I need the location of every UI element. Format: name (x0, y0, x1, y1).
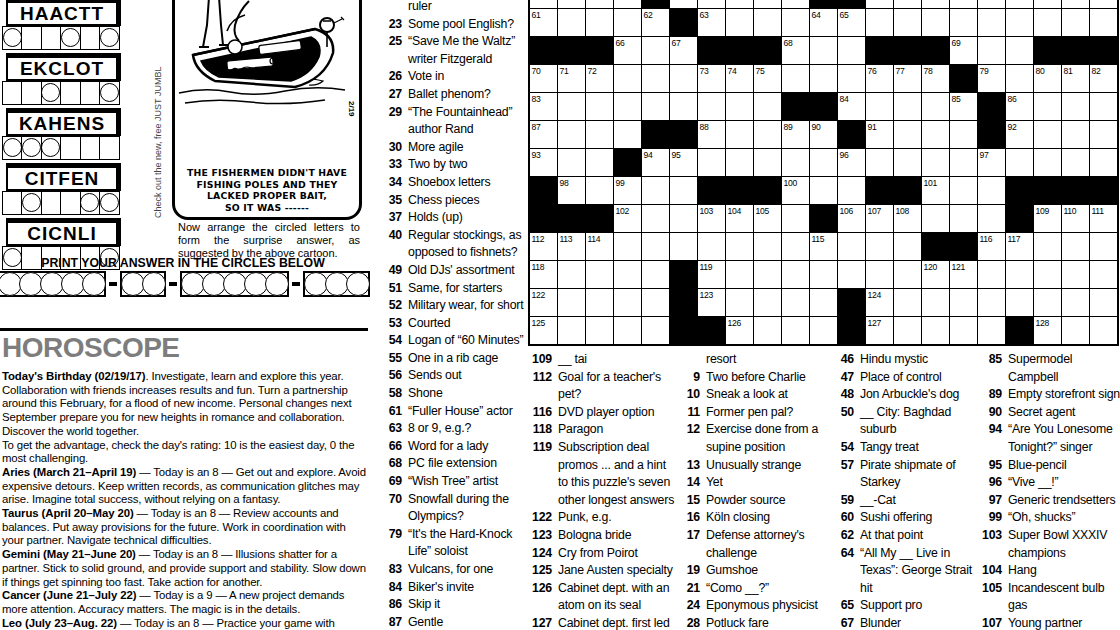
crossword-cell[interactable] (810, 37, 837, 64)
crossword-cell[interactable] (894, 93, 921, 120)
horoscope-paragraph: Gemini (May 21–June 20) — Today is an 8 … (2, 548, 366, 589)
crossword-cell[interactable] (558, 9, 585, 36)
crossword-cell[interactable] (950, 121, 977, 148)
jumble-word: EKCLOT (2, 53, 152, 105)
answer-circle[interactable] (61, 272, 85, 296)
jumble-cell-circled[interactable] (80, 191, 101, 215)
crossword-cell[interactable] (866, 149, 893, 176)
answer-circle[interactable] (304, 272, 328, 296)
crossword-cell[interactable] (614, 65, 641, 92)
crossword-cell[interactable] (782, 9, 809, 36)
crossword-cell[interactable] (1006, 9, 1033, 36)
jumble-cell[interactable] (60, 81, 81, 105)
crossword-cell[interactable]: 126 (726, 317, 753, 344)
jumble-cell-circled[interactable] (99, 26, 120, 50)
crossword-cell[interactable] (978, 0, 1005, 8)
crossword-cell[interactable]: 77 (894, 65, 921, 92)
crossword-cell[interactable] (978, 205, 1005, 232)
crossword-cell[interactable] (782, 0, 809, 8)
crossword-cell[interactable] (950, 0, 977, 8)
crossword-cell[interactable]: 67 (670, 37, 697, 64)
crossword-cell[interactable]: 76 (866, 65, 893, 92)
crossword-cell[interactable] (950, 205, 977, 232)
crossword-cell[interactable]: 120 (922, 261, 949, 288)
jumble-cell[interactable] (80, 136, 101, 160)
crossword-cell[interactable] (614, 317, 641, 344)
crossword-cell[interactable] (922, 149, 949, 176)
crossword-cell[interactable] (1062, 9, 1089, 36)
crossword-cell[interactable]: 128 (1034, 317, 1061, 344)
crossword-cell[interactable] (894, 289, 921, 316)
cell-number: 90 (812, 122, 821, 132)
crossword-clue: 46Hindu mystic (830, 351, 982, 369)
crossword-cell[interactable] (922, 0, 949, 8)
crossword-cell[interactable]: 119 (698, 261, 725, 288)
crossword-cell[interactable] (950, 9, 977, 36)
crossword-cell[interactable]: 64 (810, 9, 837, 36)
crossword-cell[interactable] (838, 233, 865, 260)
crossword-cell[interactable] (866, 261, 893, 288)
crossword-cell[interactable] (810, 317, 837, 344)
crossword-cell[interactable] (726, 93, 753, 120)
jumble-cell[interactable] (60, 136, 81, 160)
crossword-cell[interactable]: 104 (726, 205, 753, 232)
crossword-black-cell (978, 121, 1005, 148)
jumble-cell[interactable] (99, 136, 120, 160)
crossword-cell[interactable] (558, 149, 585, 176)
crossword-cell[interactable]: 80 (1034, 65, 1061, 92)
clue-number: 48 (830, 386, 854, 404)
crossword-cell[interactable] (614, 0, 641, 8)
crossword-cell[interactable]: 66 (614, 37, 641, 64)
answer-circle[interactable] (19, 272, 43, 296)
crossword-cell[interactable]: 111 (1090, 205, 1117, 232)
crossword-cell[interactable]: 95 (670, 149, 697, 176)
clue-number: 29 (378, 104, 402, 139)
jumble-scrambled-word: EKCLOT (6, 53, 121, 81)
answer-circle[interactable] (202, 272, 226, 296)
crossword-cell[interactable] (754, 233, 781, 260)
crossword-cell[interactable] (866, 0, 893, 8)
crossword-cell[interactable] (726, 149, 753, 176)
crossword-cell[interactable] (642, 205, 669, 232)
crossword-cell[interactable] (1006, 261, 1033, 288)
answer-circle-group (180, 271, 289, 297)
crossword-cell[interactable] (754, 149, 781, 176)
crossword-cell[interactable] (642, 93, 669, 120)
crossword-cell[interactable] (642, 177, 669, 204)
crossword-cell[interactable]: 72 (586, 65, 613, 92)
crossword-cell[interactable] (754, 9, 781, 36)
crossword-cell[interactable] (866, 9, 893, 36)
crossword-cell[interactable] (950, 149, 977, 176)
crossword-cell[interactable] (642, 233, 669, 260)
crossword-cell[interactable] (614, 93, 641, 120)
clue-number: 116 (518, 404, 552, 422)
crossword-cell[interactable] (614, 289, 641, 316)
crossword-cell[interactable]: 99 (614, 177, 641, 204)
clue-text: resort (706, 351, 834, 369)
crossword-cell[interactable] (1006, 289, 1033, 316)
crossword-cell[interactable] (558, 317, 585, 344)
crossword-cell[interactable] (922, 93, 949, 120)
crossword-cell[interactable] (726, 261, 753, 288)
crossword-cell[interactable] (754, 289, 781, 316)
crossword-cell[interactable] (670, 233, 697, 260)
jumble-cell-circled[interactable] (41, 81, 62, 105)
crossword-black-cell (1090, 177, 1117, 204)
clue-number: 127 (518, 615, 552, 630)
crossword-cell[interactable] (642, 65, 669, 92)
clue-number: 122 (518, 509, 552, 527)
crossword-cell[interactable]: 96 (838, 149, 865, 176)
crossword-cell[interactable] (978, 37, 1005, 64)
crossword-cell[interactable] (978, 317, 1005, 344)
crossword-cell[interactable] (922, 9, 949, 36)
crossword-cell[interactable]: 108 (894, 205, 921, 232)
crossword-cell[interactable] (614, 261, 641, 288)
crossword-cell[interactable] (1034, 121, 1061, 148)
crossword-cell[interactable] (894, 149, 921, 176)
jumble-cell[interactable] (2, 191, 23, 215)
answer-circle[interactable] (40, 272, 64, 296)
crossword-cell[interactable]: 91 (866, 121, 893, 148)
crossword-clue: 64“All My __ Live in Texas”: George Stra… (830, 545, 982, 598)
crossword-cell[interactable] (950, 317, 977, 344)
crossword-cell[interactable]: 71 (558, 65, 585, 92)
crossword-cell[interactable] (1034, 149, 1061, 176)
crossword-cell[interactable]: 73 (698, 65, 725, 92)
crossword-cell[interactable] (670, 93, 697, 120)
crossword-cell[interactable] (530, 0, 557, 8)
crossword-cell[interactable]: 86 (1006, 93, 1033, 120)
crossword-cell[interactable] (698, 149, 725, 176)
jumble-cell[interactable] (21, 81, 42, 105)
crossword-cell[interactable]: 79 (978, 65, 1005, 92)
crossword-cell[interactable]: 92 (1006, 121, 1033, 148)
crossword-cell[interactable] (1034, 93, 1061, 120)
clue-text: Shone (408, 385, 526, 403)
crossword-cell[interactable] (586, 121, 613, 148)
jumble-cell-circled[interactable] (2, 136, 23, 160)
crossword-cell[interactable]: 123 (698, 289, 725, 316)
crossword-cell[interactable] (642, 317, 669, 344)
jumble-cell-circled[interactable] (99, 191, 120, 215)
crossword-cell[interactable] (586, 261, 613, 288)
clue-number: 26 (378, 68, 402, 86)
crossword-cell[interactable] (614, 233, 641, 260)
crossword-cell[interactable] (810, 261, 837, 288)
crossword-cell[interactable]: 127 (866, 317, 893, 344)
crossword-cell[interactable]: 113 (558, 233, 585, 260)
crossword-black-cell (950, 233, 977, 260)
clue-text: Biker's invite (408, 579, 526, 597)
answer-circle[interactable] (325, 272, 349, 296)
crossword-cell[interactable] (586, 149, 613, 176)
crossword-cell[interactable] (698, 93, 725, 120)
crossword-cell[interactable] (1062, 93, 1089, 120)
crossword-cell[interactable] (642, 289, 669, 316)
crossword-cell[interactable]: 109 (1034, 205, 1061, 232)
crossword-cell[interactable]: 107 (866, 205, 893, 232)
crossword-cell[interactable]: 102 (614, 205, 641, 232)
crossword-cell[interactable] (754, 261, 781, 288)
cell-number: 126 (728, 318, 741, 328)
crossword-cell[interactable] (782, 261, 809, 288)
jumble-cell[interactable] (41, 191, 62, 215)
crossword-cell[interactable] (838, 37, 865, 64)
crossword-cell[interactable]: 61 (530, 9, 557, 36)
crossword-cell[interactable]: 98 (558, 177, 585, 204)
crossword-cell[interactable]: 78 (922, 65, 949, 92)
crossword-black-cell (894, 177, 921, 204)
crossword-cell[interactable] (950, 289, 977, 316)
crossword-cell[interactable]: 84 (838, 93, 865, 120)
crossword-cell[interactable] (558, 261, 585, 288)
crossword-cell[interactable] (586, 289, 613, 316)
jumble-cell-circled[interactable] (60, 26, 81, 50)
crossword-cell[interactable] (754, 0, 781, 8)
crossword-cell[interactable]: 90 (810, 121, 837, 148)
crossword-cell[interactable]: 115 (810, 233, 837, 260)
crossword-cell[interactable]: 70 (530, 65, 557, 92)
crossword-cell[interactable]: 121 (950, 261, 977, 288)
crossword-cell[interactable] (754, 317, 781, 344)
crossword-cell[interactable] (866, 233, 893, 260)
crossword-cell[interactable] (810, 289, 837, 316)
cell-number: 67 (672, 38, 681, 48)
crossword-cell[interactable] (642, 261, 669, 288)
cell-number: 111 (1092, 206, 1104, 216)
crossword-cell[interactable] (1006, 65, 1033, 92)
crossword-cell[interactable] (810, 65, 837, 92)
crossword-cell[interactable] (754, 93, 781, 120)
jumble-cell[interactable] (2, 81, 23, 105)
crossword-cell[interactable] (1090, 317, 1117, 344)
crossword-cell[interactable]: 87 (530, 121, 557, 148)
crossword-cell[interactable] (978, 177, 1005, 204)
crossword-cell[interactable] (1062, 317, 1089, 344)
crossword-cell[interactable] (586, 9, 613, 36)
crossword-cell[interactable] (978, 9, 1005, 36)
crossword-cell[interactable] (670, 205, 697, 232)
jumble-cell[interactable] (21, 26, 42, 50)
crossword-cell[interactable]: 88 (698, 121, 725, 148)
crossword-cell[interactable] (922, 289, 949, 316)
crossword-cell[interactable] (922, 121, 949, 148)
crossword-cell[interactable] (838, 65, 865, 92)
jumble-cell-circled[interactable] (41, 136, 62, 160)
crossword-cell[interactable]: 114 (586, 233, 613, 260)
crossword-cell[interactable] (922, 205, 949, 232)
crossword-cell[interactable]: 97 (978, 149, 1005, 176)
crossword-cell[interactable]: 112 (530, 233, 557, 260)
crossword-cell[interactable] (1090, 121, 1117, 148)
jumble-cell-circled[interactable] (2, 26, 23, 50)
clue-text: Goal for a teacher's pet? (558, 369, 678, 404)
crossword-cell[interactable] (1090, 149, 1117, 176)
crossword-cell[interactable]: 106 (838, 205, 865, 232)
crossword-cell[interactable] (838, 261, 865, 288)
crossword-cell[interactable] (810, 149, 837, 176)
crossword-cell[interactable] (1062, 0, 1089, 8)
crossword-cell[interactable]: 93 (530, 149, 557, 176)
clue-number: 62 (830, 527, 854, 545)
crossword-cell[interactable] (726, 289, 753, 316)
crossword-cell[interactable]: 63 (698, 9, 725, 36)
crossword-cell[interactable] (558, 93, 585, 120)
crossword-cell[interactable] (1090, 0, 1117, 8)
crossword-cell[interactable]: 105 (754, 205, 781, 232)
crossword-cell[interactable] (698, 0, 725, 8)
crossword-cell[interactable] (1062, 121, 1089, 148)
crossword-cell[interactable]: 103 (698, 205, 725, 232)
crossword-cell[interactable] (1090, 289, 1117, 316)
crossword-cell[interactable] (586, 93, 613, 120)
crossword-cell[interactable] (1062, 233, 1089, 260)
crossword-cell[interactable]: 124 (866, 289, 893, 316)
crossword-cell[interactable]: 89 (782, 121, 809, 148)
crossword-cell[interactable]: 68 (782, 37, 809, 64)
crossword-cell[interactable] (950, 177, 977, 204)
answer-circle[interactable] (121, 272, 145, 296)
crossword-cell[interactable]: 75 (754, 65, 781, 92)
jumble-cell-circled[interactable] (21, 136, 42, 160)
crossword-black-cell (838, 317, 865, 344)
crossword-cell[interactable] (782, 289, 809, 316)
crossword-cell[interactable] (726, 9, 753, 36)
crossword-cell[interactable]: 83 (530, 93, 557, 120)
crossword-cell[interactable] (726, 233, 753, 260)
crossword-cell[interactable] (1006, 0, 1033, 8)
crossword-cell[interactable]: 94 (642, 149, 669, 176)
crossword-cell[interactable]: 125 (530, 317, 557, 344)
crossword-cell[interactable] (558, 121, 585, 148)
crossword-cell[interactable] (586, 317, 613, 344)
crossword-cell[interactable] (558, 289, 585, 316)
crossword-cell[interactable]: 74 (726, 65, 753, 92)
crossword-cell[interactable] (1062, 149, 1089, 176)
crossword-cell[interactable] (782, 317, 809, 344)
clue-text: Gumshoe (706, 562, 834, 580)
crossword-cell[interactable] (838, 177, 865, 204)
crossword-cell[interactable] (670, 65, 697, 92)
crossword-cell[interactable] (1090, 233, 1117, 260)
crossword-cell[interactable] (726, 0, 753, 8)
crossword-cell[interactable]: 100 (782, 177, 809, 204)
clue-text: Incandescent bulb gas (1008, 580, 1120, 615)
cell-number: 63 (700, 10, 709, 20)
crossword-cell[interactable] (1034, 261, 1061, 288)
crossword-cell[interactable] (726, 121, 753, 148)
jumble-cell[interactable] (41, 26, 62, 50)
crossword-cell[interactable] (642, 37, 669, 64)
crossword-cell[interactable]: 82 (1090, 65, 1117, 92)
crossword-cell[interactable] (1006, 149, 1033, 176)
cell-number: 103 (700, 206, 713, 216)
crossword-black-cell (698, 37, 725, 64)
crossword-cell[interactable] (1034, 289, 1061, 316)
crossword-cell[interactable] (894, 9, 921, 36)
crossword-black-cell (558, 37, 585, 64)
crossword-cell[interactable] (1062, 261, 1089, 288)
crossword-cell[interactable] (782, 149, 809, 176)
crossword-cell[interactable] (558, 0, 585, 8)
clue-number: 99 (972, 509, 1002, 527)
crossword-cell[interactable] (670, 0, 697, 8)
crossword-cell[interactable] (1006, 37, 1033, 64)
crossword-cell[interactable] (894, 261, 921, 288)
crossword-cell[interactable] (1062, 289, 1089, 316)
crossword-cell[interactable] (614, 9, 641, 36)
crossword-cell[interactable] (1034, 233, 1061, 260)
crossword-cell[interactable]: 122 (530, 289, 557, 316)
crossword-cell[interactable] (1034, 9, 1061, 36)
jumble-cell[interactable] (60, 191, 81, 215)
crossword-cell[interactable] (782, 233, 809, 260)
crossword-cell[interactable] (810, 177, 837, 204)
crossword-cell[interactable]: 65 (838, 9, 865, 36)
crossword-cell[interactable]: 62 (642, 9, 669, 36)
crossword-cell[interactable] (586, 177, 613, 204)
jumble-cell-circled[interactable] (21, 191, 42, 215)
crossword-cell[interactable] (1090, 9, 1117, 36)
crossword-cell[interactable] (754, 121, 781, 148)
clue-text: Courted (408, 315, 526, 333)
crossword-cell[interactable]: 118 (530, 261, 557, 288)
crossword-cell[interactable] (1090, 93, 1117, 120)
crossword-cell[interactable] (614, 121, 641, 148)
clue-text: Blue-pencil (1008, 457, 1120, 475)
crossword-cell[interactable]: 81 (1062, 65, 1089, 92)
crossword-cell[interactable] (782, 65, 809, 92)
crossword-cell[interactable] (922, 317, 949, 344)
crossword-cell[interactable] (698, 233, 725, 260)
crossword-cell[interactable] (586, 0, 613, 8)
answer-circle[interactable] (244, 272, 268, 296)
answer-circle[interactable] (223, 272, 247, 296)
crossword-cell[interactable] (1090, 261, 1117, 288)
crossword-cell[interactable] (894, 121, 921, 148)
answer-circle[interactable] (181, 272, 205, 296)
crossword-cell[interactable]: 101 (922, 177, 949, 204)
crossword-cell[interactable] (866, 93, 893, 120)
crossword-cell[interactable]: 110 (1062, 205, 1089, 232)
clue-number: 66 (378, 438, 402, 456)
crossword-cell[interactable] (894, 317, 921, 344)
crossword-cell[interactable]: 69 (950, 37, 977, 64)
crossword-cell[interactable]: 85 (950, 93, 977, 120)
answer-circle[interactable] (142, 272, 166, 296)
crossword-black-cell (810, 0, 837, 8)
crossword-cell[interactable] (670, 177, 697, 204)
jumble-cell[interactable] (80, 81, 101, 105)
answer-circle[interactable] (346, 272, 370, 296)
jumble-cell[interactable] (80, 26, 101, 50)
crossword-cell[interactable] (1034, 0, 1061, 8)
jumble-cell-circled[interactable] (99, 81, 120, 105)
crossword-cell[interactable]: 116 (978, 233, 1005, 260)
crossword-cell[interactable] (782, 205, 809, 232)
crossword-cell[interactable] (978, 261, 1005, 288)
crossword-cell[interactable]: 117 (1006, 233, 1033, 260)
answer-circle[interactable] (82, 272, 106, 296)
crossword-cell[interactable] (894, 233, 921, 260)
clue-text: Eponymous physicist (706, 597, 834, 615)
crossword-cell[interactable] (894, 0, 921, 8)
crossword-cell[interactable] (978, 289, 1005, 316)
answer-circle[interactable] (265, 272, 289, 296)
